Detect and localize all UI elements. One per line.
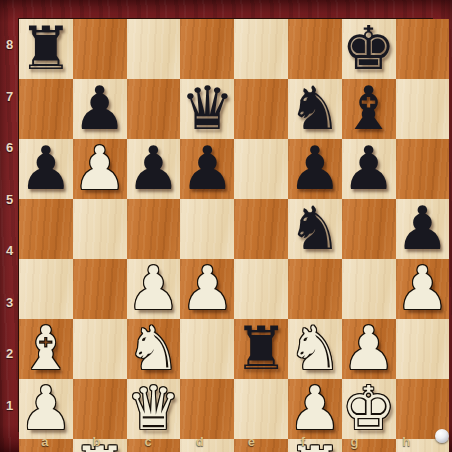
- piece-white-pawn[interactable]: ♟: [342, 318, 396, 378]
- file-label-e: e: [226, 431, 278, 452]
- square-a8[interactable]: ♜: [19, 19, 73, 79]
- square-e2[interactable]: [234, 379, 288, 439]
- rank-label-6: 6: [0, 122, 19, 174]
- white-to-move-indicator: [435, 429, 449, 443]
- piece-black-pawn[interactable]: ♟: [19, 138, 73, 198]
- square-g5[interactable]: [342, 199, 396, 259]
- square-f5[interactable]: ♞: [288, 199, 342, 259]
- square-f8[interactable]: [288, 19, 342, 79]
- square-h6[interactable]: [396, 139, 450, 199]
- square-f6[interactable]: ♟: [288, 139, 342, 199]
- file-label-a: a: [19, 431, 71, 452]
- piece-black-rook[interactable]: ♜: [234, 318, 288, 378]
- square-a5[interactable]: [19, 199, 73, 259]
- rank-labels: 87654321: [0, 19, 19, 431]
- piece-white-knight[interactable]: ♞: [127, 318, 181, 378]
- square-e8[interactable]: [234, 19, 288, 79]
- square-a4[interactable]: [19, 259, 73, 319]
- rank-label-4: 4: [0, 225, 19, 277]
- file-label-d: d: [174, 431, 226, 452]
- rank-label-2: 2: [0, 328, 19, 380]
- piece-white-pawn[interactable]: ♟: [19, 378, 73, 438]
- square-g7[interactable]: ♝: [342, 79, 396, 139]
- file-label-g: g: [329, 431, 381, 452]
- square-c7[interactable]: [127, 79, 181, 139]
- piece-black-rook[interactable]: ♜: [19, 18, 73, 78]
- square-b7[interactable]: ♟: [73, 79, 127, 139]
- square-a3[interactable]: ♝: [19, 319, 73, 379]
- square-g2[interactable]: ♚: [342, 379, 396, 439]
- chess-board-window: ♜♚♟♛♞♝♟♟♟♟♟♟♞♟♟♟♟♝♞♜♞♟♟♛♟♚♜♜ 87654321 ab…: [0, 0, 452, 452]
- rank-label-1: 1: [0, 380, 19, 432]
- file-labels: abcdefgh: [19, 431, 432, 452]
- rank-label-5: 5: [0, 174, 19, 226]
- square-c4[interactable]: ♟: [127, 259, 181, 319]
- piece-black-knight[interactable]: ♞: [288, 198, 342, 258]
- piece-black-queen[interactable]: ♛: [180, 78, 234, 138]
- square-d6[interactable]: ♟: [180, 139, 234, 199]
- rank-label-3: 3: [0, 277, 19, 329]
- piece-black-bishop[interactable]: ♝: [342, 78, 396, 138]
- piece-white-pawn[interactable]: ♟: [73, 138, 127, 198]
- file-label-b: b: [71, 431, 123, 452]
- square-d4[interactable]: ♟: [180, 259, 234, 319]
- square-e4[interactable]: [234, 259, 288, 319]
- rank-label-7: 7: [0, 71, 19, 123]
- square-h3[interactable]: [396, 319, 450, 379]
- square-f7[interactable]: ♞: [288, 79, 342, 139]
- piece-white-pawn[interactable]: ♟: [180, 258, 234, 318]
- board: ♜♚♟♛♞♝♟♟♟♟♟♟♞♟♟♟♟♝♞♜♞♟♟♛♟♚♜♜: [19, 19, 432, 431]
- piece-white-pawn[interactable]: ♟: [396, 258, 450, 318]
- piece-black-knight[interactable]: ♞: [288, 78, 342, 138]
- square-f3[interactable]: ♞: [288, 319, 342, 379]
- piece-white-bishop[interactable]: ♝: [19, 318, 73, 378]
- piece-black-pawn[interactable]: ♟: [342, 138, 396, 198]
- piece-white-queen[interactable]: ♛: [127, 378, 181, 438]
- square-g6[interactable]: ♟: [342, 139, 396, 199]
- square-g3[interactable]: ♟: [342, 319, 396, 379]
- square-d8[interactable]: [180, 19, 234, 79]
- piece-white-pawn[interactable]: ♟: [127, 258, 181, 318]
- square-g4[interactable]: [342, 259, 396, 319]
- square-b8[interactable]: [73, 19, 127, 79]
- square-b6[interactable]: ♟: [73, 139, 127, 199]
- square-h8[interactable]: [396, 19, 450, 79]
- square-c5[interactable]: [127, 199, 181, 259]
- square-d5[interactable]: [180, 199, 234, 259]
- square-a6[interactable]: ♟: [19, 139, 73, 199]
- square-e3[interactable]: ♜: [234, 319, 288, 379]
- square-b4[interactable]: [73, 259, 127, 319]
- square-d3[interactable]: [180, 319, 234, 379]
- square-e7[interactable]: [234, 79, 288, 139]
- square-h5[interactable]: ♟: [396, 199, 450, 259]
- piece-black-king[interactable]: ♚: [342, 18, 396, 78]
- square-c8[interactable]: [127, 19, 181, 79]
- square-c2[interactable]: ♛: [127, 379, 181, 439]
- square-d7[interactable]: ♛: [180, 79, 234, 139]
- square-h4[interactable]: ♟: [396, 259, 450, 319]
- file-label-c: c: [122, 431, 174, 452]
- square-b5[interactable]: [73, 199, 127, 259]
- square-h7[interactable]: [396, 79, 450, 139]
- square-f4[interactable]: [288, 259, 342, 319]
- rank-label-8: 8: [0, 19, 19, 71]
- square-d2[interactable]: [180, 379, 234, 439]
- square-c3[interactable]: ♞: [127, 319, 181, 379]
- piece-white-pawn[interactable]: ♟: [288, 378, 342, 438]
- piece-black-pawn[interactable]: ♟: [127, 138, 181, 198]
- file-label-h: h: [380, 431, 432, 452]
- piece-black-pawn[interactable]: ♟: [180, 138, 234, 198]
- piece-black-pawn[interactable]: ♟: [396, 198, 450, 258]
- square-b2[interactable]: [73, 379, 127, 439]
- square-c6[interactable]: ♟: [127, 139, 181, 199]
- square-b3[interactable]: [73, 319, 127, 379]
- piece-white-knight[interactable]: ♞: [288, 318, 342, 378]
- square-g8[interactable]: ♚: [342, 19, 396, 79]
- square-e6[interactable]: [234, 139, 288, 199]
- piece-white-king[interactable]: ♚: [342, 378, 396, 438]
- square-f2[interactable]: ♟: [288, 379, 342, 439]
- file-label-f: f: [277, 431, 329, 452]
- piece-black-pawn[interactable]: ♟: [73, 78, 127, 138]
- square-e5[interactable]: [234, 199, 288, 259]
- square-a2[interactable]: ♟: [19, 379, 73, 439]
- piece-black-pawn[interactable]: ♟: [288, 138, 342, 198]
- square-a7[interactable]: [19, 79, 73, 139]
